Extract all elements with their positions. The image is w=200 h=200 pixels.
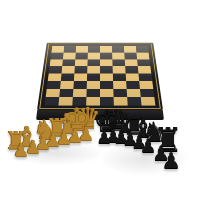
board-square <box>63 52 76 59</box>
board-square <box>87 74 100 82</box>
board-square <box>62 59 75 66</box>
board-square <box>125 66 138 73</box>
board-square <box>59 89 73 97</box>
board-square <box>140 89 154 97</box>
chess-board <box>37 43 163 110</box>
board-square <box>45 97 60 105</box>
board-square <box>113 81 127 89</box>
board-square <box>75 59 88 66</box>
board-square <box>126 74 140 82</box>
board-square <box>100 81 113 89</box>
board-square <box>49 66 63 73</box>
board-square <box>113 74 126 82</box>
board-square <box>125 59 138 66</box>
board-square <box>141 97 156 105</box>
board-squares <box>45 46 156 106</box>
board-square <box>124 52 137 59</box>
board-square <box>51 52 64 59</box>
board-square <box>100 52 112 59</box>
board-square <box>74 74 87 82</box>
board-square <box>136 52 149 59</box>
board-square <box>60 81 74 89</box>
white-pawn: ♟ <box>12 141 30 159</box>
board-square <box>48 74 62 82</box>
board-square <box>100 59 113 66</box>
board-square <box>87 59 100 66</box>
board-square <box>127 89 141 97</box>
board-square <box>113 66 126 73</box>
board-square <box>73 89 87 97</box>
board-square <box>112 52 125 59</box>
board-square <box>86 89 100 97</box>
board-square <box>47 81 61 89</box>
chess-set-product-photo[interactable]: ♜♟♝♟♞♟♜♟♝♟♚♟♛♟ ♚♟♛♟♝♟♜♟♝♟♞♟♜♟♟ <box>0 0 200 200</box>
board-square <box>112 59 125 66</box>
board-square <box>127 97 141 105</box>
board-square <box>74 66 87 73</box>
board-square <box>126 81 140 89</box>
board-square <box>50 59 63 66</box>
black-pawn: ♟ <box>95 128 113 146</box>
board-square <box>73 81 87 89</box>
board-square <box>139 81 153 89</box>
black-pawn: ♟ <box>160 150 182 172</box>
board-square <box>61 74 75 82</box>
board-square <box>138 66 152 73</box>
board-square <box>87 66 100 73</box>
board-square <box>75 52 88 59</box>
board-square <box>138 74 152 82</box>
board-square <box>100 66 113 73</box>
board-square <box>88 52 100 59</box>
board-square <box>46 89 60 97</box>
board-square <box>62 66 75 73</box>
board-square <box>113 89 127 97</box>
board-square <box>87 81 100 89</box>
board-square <box>100 89 114 97</box>
board-square <box>100 74 113 82</box>
board-square <box>137 59 150 66</box>
